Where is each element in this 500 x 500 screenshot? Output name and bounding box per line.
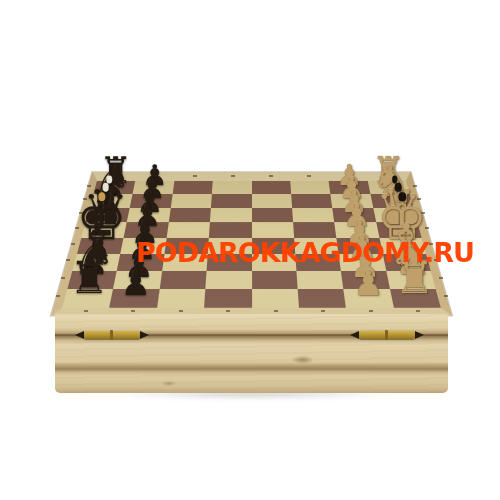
board-square xyxy=(130,194,172,208)
board-square xyxy=(166,222,210,237)
hinge-icon xyxy=(84,331,140,339)
board-square xyxy=(298,289,347,308)
board-square xyxy=(341,271,389,289)
board-square xyxy=(367,181,409,194)
board-square xyxy=(124,222,169,237)
board-square xyxy=(344,289,394,308)
board-square xyxy=(159,271,206,289)
box-front xyxy=(55,314,448,393)
board-square xyxy=(67,271,117,289)
board-square xyxy=(86,208,130,223)
board-square xyxy=(93,181,135,194)
board-square xyxy=(210,208,251,223)
board-square xyxy=(290,181,330,194)
board-square xyxy=(252,194,292,208)
board-square xyxy=(169,208,211,223)
board-square xyxy=(113,271,161,289)
board-square xyxy=(81,222,127,237)
board-square xyxy=(332,208,375,223)
hinge-pin xyxy=(110,330,113,340)
board-square xyxy=(110,289,160,308)
board-square xyxy=(212,181,252,194)
board-square xyxy=(329,181,370,194)
board-square xyxy=(209,222,252,237)
board-square xyxy=(370,194,413,208)
board-square xyxy=(390,289,441,308)
board-square xyxy=(72,254,120,271)
board-square xyxy=(77,238,124,254)
board-square xyxy=(205,271,251,289)
board-square xyxy=(252,289,299,308)
board-square xyxy=(376,222,422,237)
board-square xyxy=(331,194,373,208)
product-photo: ♜♞♝♛♚♝♞♜♟♟♟♟♟♟♟♟♟♟♟♟♟♟♟♟♜♞♝♛♚♝♞♜ PODAROK… xyxy=(0,0,500,500)
board-square xyxy=(133,181,174,194)
board-square xyxy=(252,208,293,223)
board-square xyxy=(172,181,212,194)
board-square xyxy=(334,222,379,237)
board-square xyxy=(171,194,212,208)
board-square xyxy=(291,194,332,208)
hinge-pin xyxy=(385,330,388,340)
board-square xyxy=(62,289,113,308)
board-square xyxy=(90,194,133,208)
hinge-icon xyxy=(359,331,415,339)
board-square xyxy=(252,222,295,237)
board-square xyxy=(292,208,334,223)
board-square xyxy=(386,271,436,289)
board-square xyxy=(252,271,298,289)
board-square xyxy=(252,181,292,194)
board-square xyxy=(293,222,337,237)
board-square xyxy=(127,208,170,223)
board-square xyxy=(373,208,417,223)
board-square xyxy=(157,289,206,308)
watermark: PODAROKKAGDOMY.RU xyxy=(136,237,474,268)
board-square xyxy=(211,194,251,208)
board-square xyxy=(204,289,251,308)
board-square xyxy=(296,271,343,289)
